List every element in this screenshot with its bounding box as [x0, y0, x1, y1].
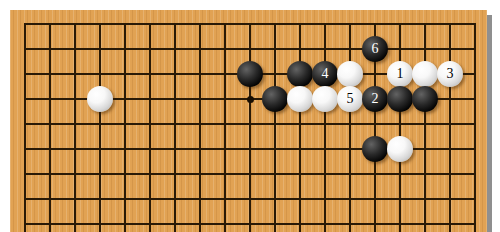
go-board[interactable]: 456213	[10, 10, 487, 232]
black-stone[interactable]: 6	[362, 36, 388, 62]
move-number: 5	[347, 92, 354, 106]
black-stone[interactable]	[362, 136, 388, 162]
grid-vline	[199, 23, 201, 232]
white-stone[interactable]: 3	[437, 61, 463, 87]
star-point	[247, 96, 254, 103]
white-stone[interactable]	[312, 86, 338, 112]
grid-vline	[124, 23, 126, 232]
grid-vline	[449, 23, 451, 232]
grid-vline	[74, 23, 76, 232]
white-stone[interactable]: 5	[337, 86, 363, 112]
move-number: 1	[397, 67, 404, 81]
black-stone[interactable]: 4	[312, 61, 338, 87]
move-number: 3	[447, 67, 454, 81]
grid-vline	[324, 23, 326, 232]
black-stone[interactable]: 2	[362, 86, 388, 112]
grid-vline	[349, 23, 351, 232]
white-stone[interactable]: 1	[387, 61, 413, 87]
black-stone[interactable]	[262, 86, 288, 112]
move-number: 4	[322, 67, 329, 81]
black-stone[interactable]	[412, 86, 438, 112]
grid-vline	[474, 23, 476, 232]
white-stone[interactable]	[412, 61, 438, 87]
grid-vline	[149, 23, 151, 232]
grid-vline	[24, 23, 26, 232]
black-stone[interactable]	[387, 86, 413, 112]
grid-vline	[249, 23, 251, 232]
grid-vline	[224, 23, 226, 232]
white-stone[interactable]	[387, 136, 413, 162]
white-stone[interactable]	[337, 61, 363, 87]
white-stone[interactable]	[287, 86, 313, 112]
grid-vline	[99, 23, 101, 232]
grid-vline	[274, 23, 276, 232]
move-number: 6	[372, 42, 379, 56]
move-number: 2	[372, 92, 379, 106]
grid-vline	[49, 23, 51, 232]
black-stone[interactable]	[237, 61, 263, 87]
grid-vline	[424, 23, 426, 232]
grid-vline	[174, 23, 176, 232]
white-stone[interactable]	[87, 86, 113, 112]
black-stone[interactable]	[287, 61, 313, 87]
grid-vline	[299, 23, 301, 232]
grid-vline	[399, 23, 401, 232]
